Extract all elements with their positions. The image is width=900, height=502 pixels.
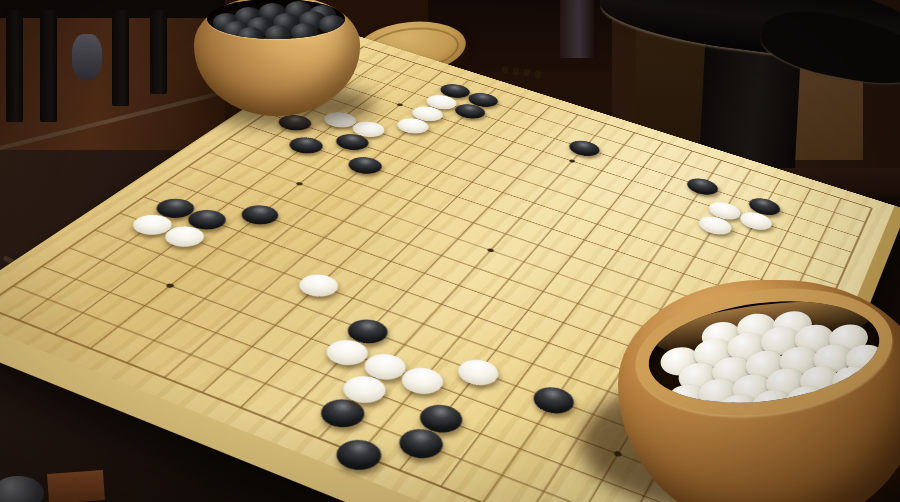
go-stone-black (283, 134, 328, 156)
stamp-mark (512, 67, 519, 75)
bowl-black-stone (237, 27, 264, 39)
chair-stretcher-wood (47, 470, 105, 502)
chair-left-slat (112, 10, 129, 106)
board-edge-markings (502, 66, 548, 78)
go-stone-black (235, 202, 285, 228)
go-stone-black (528, 382, 581, 418)
go-stone-white (452, 355, 505, 390)
background-object (72, 34, 102, 80)
go-stone-white (292, 271, 345, 301)
chair-left-slat (150, 10, 167, 94)
black-bowl-opening (207, 0, 345, 39)
stamp-mark (534, 70, 541, 78)
go-stone-black (564, 138, 603, 159)
bowl-black-stone (319, 15, 345, 34)
stamp-mark (523, 69, 530, 77)
bowl-black-stone (291, 23, 318, 39)
bowl-white-stone (684, 398, 726, 429)
go-stone-black (684, 175, 722, 198)
background-chair-post (560, 0, 594, 58)
go-game-photo-scene (0, 0, 900, 502)
go-stone-black (343, 154, 388, 177)
go-stone-black (328, 434, 389, 475)
chair-left-slat (6, 10, 23, 122)
stamp-mark (501, 66, 508, 74)
white-stone-bowl (618, 280, 900, 502)
chair-left-slat (40, 10, 57, 122)
bowl-black-stone (265, 25, 292, 39)
